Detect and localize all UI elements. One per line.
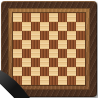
chess-board-product-photo [0,0,98,98]
curled-corner [0,66,32,98]
square-d5 [40,40,49,49]
square-c4 [31,49,40,58]
square-b4 [22,49,31,58]
square-e5 [49,40,58,49]
square-h8 [76,13,85,22]
square-d4 [40,49,49,58]
square-c6 [31,31,40,40]
square-h7 [76,22,85,31]
square-e3 [49,58,58,67]
square-h1 [76,76,85,85]
square-d1 [40,76,49,85]
square-h3 [76,58,85,67]
square-f6 [58,31,67,40]
square-g6 [67,31,76,40]
square-c1 [31,76,40,85]
square-g3 [67,58,76,67]
square-h5 [76,40,85,49]
square-f7 [58,22,67,31]
square-c3 [31,58,40,67]
square-f8 [58,13,67,22]
square-a4 [13,49,22,58]
square-d6 [40,31,49,40]
square-f5 [58,40,67,49]
square-d7 [40,22,49,31]
square-e1 [49,76,58,85]
square-a7 [13,22,22,31]
square-f2 [58,67,67,76]
square-g5 [67,40,76,49]
square-c7 [31,22,40,31]
square-e7 [49,22,58,31]
square-g4 [67,49,76,58]
square-d2 [40,67,49,76]
square-g2 [67,67,76,76]
square-f1 [58,76,67,85]
square-d3 [40,58,49,67]
square-a8 [13,13,22,22]
square-e6 [49,31,58,40]
square-h4 [76,49,85,58]
square-e8 [49,13,58,22]
square-h6 [76,31,85,40]
square-a5 [13,40,22,49]
square-b7 [22,22,31,31]
square-g8 [67,13,76,22]
square-b8 [22,13,31,22]
square-e4 [49,49,58,58]
square-f4 [58,49,67,58]
square-h2 [76,67,85,76]
square-g1 [67,76,76,85]
square-d8 [40,13,49,22]
square-g7 [67,22,76,31]
square-c2 [31,67,40,76]
square-c8 [31,13,40,22]
square-a6 [13,31,22,40]
square-f3 [58,58,67,67]
square-c5 [31,40,40,49]
square-b6 [22,31,31,40]
square-e2 [49,67,58,76]
square-b5 [22,40,31,49]
